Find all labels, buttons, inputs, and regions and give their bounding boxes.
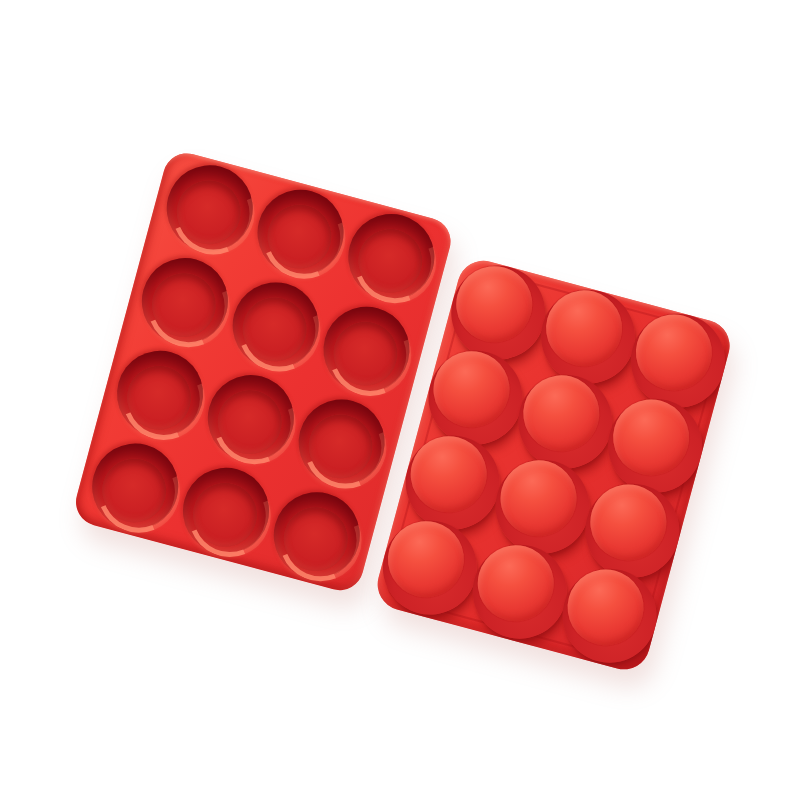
cavity-r4-c3 bbox=[264, 483, 369, 588]
cavity-r3-c2 bbox=[198, 365, 303, 470]
cavity-r4-c2 bbox=[173, 458, 278, 563]
cavity-highlight bbox=[160, 160, 268, 268]
cavity-r4-c1 bbox=[83, 434, 188, 539]
cavity-highlight bbox=[85, 438, 193, 546]
bump-r4-c3 bbox=[552, 558, 667, 673]
cavity-highlight bbox=[176, 462, 284, 570]
cavity-highlight bbox=[292, 394, 400, 502]
cavity-highlight bbox=[251, 184, 359, 292]
cavity-highlight bbox=[226, 277, 334, 385]
cavity-r2-c3 bbox=[314, 297, 419, 402]
cavity-r3-c1 bbox=[107, 341, 212, 446]
bump-r4-c2 bbox=[462, 534, 577, 649]
cavity-r1-c2 bbox=[248, 180, 353, 285]
cavity-highlight bbox=[135, 252, 243, 360]
cavity-highlight bbox=[267, 487, 375, 595]
bump-top-surface bbox=[627, 306, 720, 399]
cavity-r2-c2 bbox=[223, 273, 328, 378]
cavity-highlight bbox=[201, 370, 309, 478]
bump-top-surface bbox=[448, 258, 541, 351]
bump-r4-c1 bbox=[372, 510, 487, 625]
cavity-r1-c1 bbox=[157, 156, 262, 261]
product-photo bbox=[0, 0, 800, 800]
cavity-highlight bbox=[110, 345, 218, 453]
cavity-highlight bbox=[341, 208, 449, 316]
bump-top-surface bbox=[538, 282, 631, 375]
cavity-r2-c1 bbox=[132, 248, 237, 353]
cavity-r1-c3 bbox=[339, 204, 444, 309]
cavity-highlight bbox=[317, 301, 425, 409]
cavity-r3-c3 bbox=[289, 390, 394, 495]
